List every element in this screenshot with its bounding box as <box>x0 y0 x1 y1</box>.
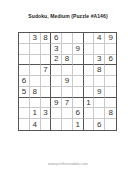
sudoku-cell <box>19 119 30 130</box>
sudoku-board: 3864939283678695899711368416 <box>18 32 117 131</box>
sudoku-cell <box>41 76 52 87</box>
sudoku-cell: 8 <box>30 87 41 98</box>
sudoku-cell <box>84 76 95 87</box>
sudoku-cell <box>19 33 30 44</box>
sudoku-cell: 8 <box>41 33 52 44</box>
sudoku-cell <box>19 55 30 66</box>
sudoku-cell <box>73 55 84 66</box>
sudoku-cell: 8 <box>94 65 105 76</box>
sudoku-cell: 3 <box>41 108 52 119</box>
sudoku-cell <box>51 119 62 130</box>
sudoku-cell <box>105 76 116 87</box>
sudoku-cell <box>105 98 116 109</box>
sudoku-cell <box>73 98 84 109</box>
sudoku-cell: 4 <box>30 119 41 130</box>
sudoku-cell: 7 <box>62 98 73 109</box>
sudoku-cell: 9 <box>94 87 105 98</box>
sudoku-cell <box>41 87 52 98</box>
sudoku-cell: 2 <box>51 55 62 66</box>
sudoku-cell <box>51 76 62 87</box>
sudoku-cell <box>84 65 95 76</box>
sudoku-cell: 6 <box>105 55 116 66</box>
sudoku-cell <box>73 87 84 98</box>
sudoku-cell <box>94 76 105 87</box>
sudoku-cell <box>30 65 41 76</box>
sudoku-cell <box>73 65 84 76</box>
sudoku-cell <box>51 87 62 98</box>
footer-url: www.printfreesudoku.com <box>0 162 136 166</box>
sudoku-cell <box>105 87 116 98</box>
sudoku-cell <box>84 87 95 98</box>
sudoku-cell <box>41 119 52 130</box>
sudoku-cell <box>94 108 105 119</box>
sudoku-cell <box>62 44 73 55</box>
sudoku-cell: 6 <box>73 108 84 119</box>
sudoku-cell <box>62 33 73 44</box>
sudoku-cell <box>84 119 95 130</box>
sudoku-cell <box>41 44 52 55</box>
sudoku-cell <box>30 98 41 109</box>
sudoku-cell: 9 <box>105 33 116 44</box>
sudoku-cell: 4 <box>94 33 105 44</box>
sudoku-cell: 9 <box>51 98 62 109</box>
sudoku-cell <box>30 55 41 66</box>
sudoku-cell <box>30 44 41 55</box>
sudoku-cell: 9 <box>73 44 84 55</box>
sudoku-cell <box>30 76 41 87</box>
sudoku-cell <box>84 108 95 119</box>
sudoku-cell <box>51 65 62 76</box>
sudoku-cell <box>73 33 84 44</box>
sudoku-cell: 8 <box>62 55 73 66</box>
sudoku-cell: 3 <box>30 33 41 44</box>
sudoku-cell <box>62 87 73 98</box>
sudoku-cell <box>41 98 52 109</box>
sudoku-cell <box>19 108 30 119</box>
sudoku-cell: 5 <box>19 87 30 98</box>
sudoku-cell <box>19 65 30 76</box>
sudoku-cell <box>51 108 62 119</box>
sudoku-cell: 1 <box>73 119 84 130</box>
sudoku-cell <box>84 55 95 66</box>
sudoku-cell <box>41 55 52 66</box>
sudoku-cell <box>84 33 95 44</box>
sudoku-cell <box>62 65 73 76</box>
sudoku-cell <box>94 98 105 109</box>
sudoku-cell <box>105 65 116 76</box>
sudoku-cell: 3 <box>51 44 62 55</box>
sudoku-cell: 9 <box>62 76 73 87</box>
sudoku-cell <box>105 119 116 130</box>
sudoku-cell <box>84 44 95 55</box>
page-title: Sudoku, Medium (Puzzle #A146) <box>0 13 136 19</box>
sudoku-cell: 7 <box>41 65 52 76</box>
sudoku-cell <box>19 44 30 55</box>
sudoku-cell: 1 <box>30 108 41 119</box>
sudoku-page: Sudoku, Medium (Puzzle #A146) 3864939283… <box>0 0 136 176</box>
sudoku-cell <box>94 44 105 55</box>
sudoku-cell <box>19 98 30 109</box>
sudoku-cell <box>105 44 116 55</box>
sudoku-cell <box>62 119 73 130</box>
sudoku-cell: 6 <box>19 76 30 87</box>
sudoku-cell <box>73 76 84 87</box>
sudoku-cell <box>62 108 73 119</box>
sudoku-cell: 1 <box>84 98 95 109</box>
sudoku-cell: 3 <box>94 55 105 66</box>
sudoku-cell: 6 <box>94 119 105 130</box>
sudoku-cell: 8 <box>105 108 116 119</box>
sudoku-cell: 6 <box>51 33 62 44</box>
